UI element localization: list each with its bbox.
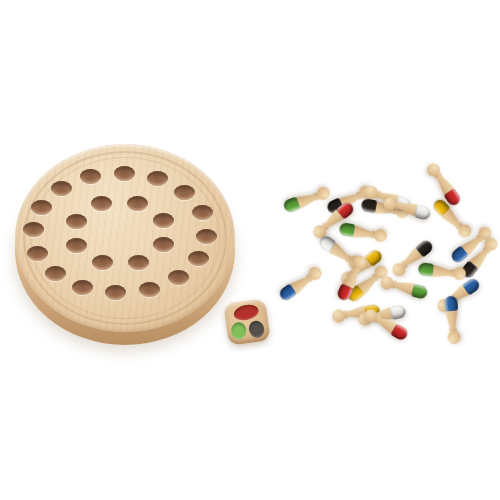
board-hole-outer-5[interactable]	[196, 229, 217, 244]
stick-color-tip	[338, 222, 355, 237]
board-hole-outer-6[interactable]	[188, 251, 209, 266]
board-hole-inner-7[interactable]	[66, 214, 87, 229]
board-hole-inner-6[interactable]	[66, 238, 87, 253]
board-hole-outer-2[interactable]	[147, 171, 168, 186]
die-face-top	[232, 303, 260, 323]
memory-stick-green[interactable]	[417, 262, 466, 282]
die-face-right	[247, 319, 267, 340]
memory-stick-blue[interactable]	[277, 265, 324, 304]
board-hole-outer-14[interactable]	[31, 200, 52, 215]
memory-board	[15, 144, 235, 346]
board-hole-outer-1[interactable]	[114, 166, 135, 181]
board-hole-field	[15, 144, 235, 332]
stick-color-tip	[417, 263, 433, 278]
memory-stick-green[interactable]	[282, 185, 332, 215]
stick-body	[432, 264, 452, 280]
stick-color-tip	[443, 296, 457, 312]
board-top-surface	[15, 144, 235, 332]
board-hole-outer-15[interactable]	[51, 181, 72, 196]
stick-knob	[452, 267, 466, 281]
board-hole-inner-5[interactable]	[92, 255, 113, 270]
board-hole-outer-9[interactable]	[105, 285, 126, 300]
product-photo-scene	[0, 0, 500, 500]
stick-knob	[446, 330, 460, 344]
stick-body	[353, 225, 373, 242]
board-hole-outer-4[interactable]	[192, 205, 213, 220]
memory-stick-green[interactable]	[379, 274, 429, 300]
board-hole-inner-1[interactable]	[127, 196, 148, 211]
board-hole-outer-3[interactable]	[174, 185, 195, 200]
color-die[interactable]	[223, 298, 270, 345]
stick-body	[444, 310, 460, 329]
board-hole-outer-12[interactable]	[27, 246, 48, 261]
board-hole-inner-8[interactable]	[91, 196, 112, 211]
memory-stick-green[interactable]	[338, 222, 388, 244]
die-face-left	[230, 322, 247, 340]
board-hole-outer-13[interactable]	[23, 222, 44, 237]
board-hole-inner-2[interactable]	[153, 213, 174, 228]
stick-color-tip	[389, 304, 406, 320]
board-hole-outer-16[interactable]	[80, 169, 101, 184]
board-hole-inner-3[interactable]	[153, 237, 174, 252]
board-hole-outer-7[interactable]	[168, 270, 189, 285]
board-hole-outer-11[interactable]	[45, 266, 66, 281]
board-hole-outer-8[interactable]	[139, 282, 160, 297]
board-hole-inner-4[interactable]	[128, 255, 149, 270]
board-hole-outer-10[interactable]	[72, 280, 93, 295]
